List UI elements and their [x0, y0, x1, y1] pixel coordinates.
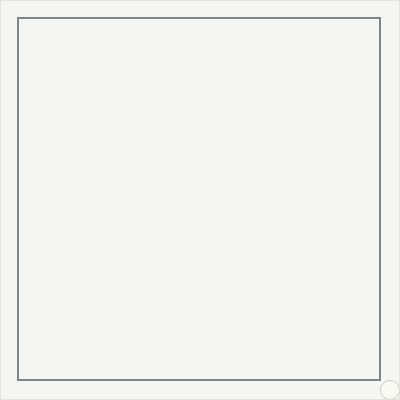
- chess-diagram-page: [0, 0, 400, 400]
- watermark-circle-icon: [380, 380, 400, 400]
- chess-board: [17, 17, 381, 381]
